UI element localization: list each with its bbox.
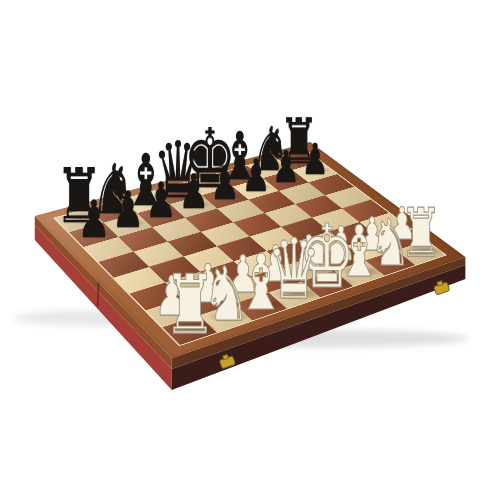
piece-black-pawn-h7[interactable]: ♟ bbox=[301, 138, 329, 181]
piece-black-pawn-g7[interactable]: ♟ bbox=[271, 145, 299, 189]
piece-black-pawn-f7[interactable]: ♟ bbox=[241, 153, 270, 198]
piece-black-pawn-a7[interactable]: ♟ bbox=[77, 193, 110, 245]
piece-white-rook-a1[interactable]: ♜ bbox=[163, 264, 216, 346]
piece-black-pawn-b7[interactable]: ♟ bbox=[112, 185, 145, 235]
piece-black-pawn-e7[interactable]: ♟ bbox=[210, 160, 240, 206]
piece-black-pawn-c7[interactable]: ♟ bbox=[145, 176, 177, 225]
chess-set-product-photo: ♜♞♝♛♚♝♞♜♟♟♟♟♟♟♟♟♟♟♟♟♟♟♟♟♜♞♝♛♚♝♞♜ bbox=[0, 0, 500, 500]
piece-black-pawn-d7[interactable]: ♟ bbox=[178, 168, 209, 216]
